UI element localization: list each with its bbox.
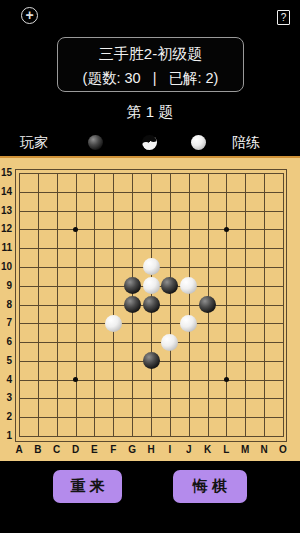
- puzzle-title-box: 三手胜2-初级题 (题数: 30 | 已解: 2): [57, 37, 244, 92]
- col-label-G: G: [125, 444, 139, 456]
- col-label-O: O: [276, 444, 290, 456]
- grid-line-vertical: [245, 173, 246, 437]
- puzzle-title: 三手胜2-初级题: [58, 45, 243, 64]
- yinyang-swap-icon[interactable]: [142, 135, 157, 150]
- col-label-M: M: [238, 444, 252, 456]
- board-panel: 15A14B13C12D11E10F9G8H7I6J5K4L3M2N1O: [0, 156, 300, 461]
- col-label-N: N: [257, 444, 271, 456]
- stone-white-H10: [143, 258, 160, 275]
- stone-black-H8: [143, 296, 160, 313]
- stone-white-J9: [180, 277, 197, 294]
- row-label-11: 11: [0, 242, 12, 254]
- row-label-2: 2: [0, 411, 12, 423]
- grid-line-vertical: [226, 173, 227, 437]
- col-label-D: D: [69, 444, 83, 456]
- row-label-9: 9: [0, 280, 12, 292]
- help-icon[interactable]: ?: [277, 10, 290, 25]
- stone-white-H9: [143, 277, 160, 294]
- undo-button[interactable]: 悔 棋: [173, 470, 247, 503]
- board-grid[interactable]: 15A14B13C12D11E10F9G8H7I6J5K4L3M2N1O: [19, 173, 283, 436]
- stone-black-K8: [199, 296, 216, 313]
- row-label-12: 12: [0, 223, 12, 235]
- grid-line-horizontal: [19, 323, 284, 324]
- row-label-4: 4: [0, 374, 12, 386]
- grid-line-horizontal: [19, 398, 284, 399]
- star-point-D4: [73, 377, 78, 382]
- col-label-A: A: [12, 444, 26, 456]
- col-label-J: J: [182, 444, 196, 456]
- player-label: 玩家: [20, 131, 48, 153]
- black-stone-icon: [88, 135, 103, 150]
- col-label-F: F: [106, 444, 120, 456]
- stone-white-J7: [180, 315, 197, 332]
- col-label-I: I: [163, 444, 177, 456]
- star-point-L12: [224, 227, 229, 232]
- opponent-panel: 陪练: [163, 131, 296, 153]
- restart-button[interactable]: 重 来: [53, 470, 122, 503]
- col-label-H: H: [144, 444, 158, 456]
- problem-number-label: 第 1 题: [0, 103, 300, 122]
- row-label-13: 13: [0, 205, 12, 217]
- grid-line-horizontal: [19, 342, 284, 343]
- row-label-15: 15: [0, 167, 12, 179]
- row-label-7: 7: [0, 317, 12, 329]
- row-label-5: 5: [0, 355, 12, 367]
- opponent-label: 陪练: [232, 131, 260, 153]
- grid-line-vertical: [170, 173, 171, 437]
- row-label-1: 1: [0, 430, 12, 442]
- stone-black-G8: [124, 296, 141, 313]
- grid-line-horizontal: [19, 436, 284, 437]
- grid-line-horizontal: [19, 380, 284, 381]
- app-screen: + ? 三手胜2-初级题 (题数: 30 | 已解: 2) 第 1 题 玩家 陪…: [0, 0, 300, 533]
- grid-line-horizontal: [19, 417, 284, 418]
- row-label-3: 3: [0, 392, 12, 404]
- col-label-K: K: [201, 444, 215, 456]
- puzzle-stats: (题数: 30 | 已解: 2): [58, 69, 243, 88]
- grid-line-vertical: [283, 173, 284, 437]
- row-label-6: 6: [0, 336, 12, 348]
- add-icon[interactable]: +: [21, 7, 38, 24]
- stone-white-F7: [105, 315, 122, 332]
- row-label-14: 14: [0, 186, 12, 198]
- player-bar: 玩家 陪练: [0, 131, 300, 153]
- row-label-10: 10: [0, 261, 12, 273]
- stone-black-G9: [124, 277, 141, 294]
- col-label-E: E: [87, 444, 101, 456]
- stone-black-I9: [161, 277, 178, 294]
- player-panel-active: 玩家: [2, 131, 137, 153]
- col-label-B: B: [31, 444, 45, 456]
- col-label-L: L: [219, 444, 233, 456]
- stone-white-I6: [161, 334, 178, 351]
- col-label-C: C: [50, 444, 64, 456]
- white-stone-icon: [191, 135, 206, 150]
- grid-line-vertical: [264, 173, 265, 437]
- stone-black-H5: [143, 352, 160, 369]
- star-point-D12: [73, 227, 78, 232]
- grid-line-vertical: [189, 173, 190, 437]
- row-label-8: 8: [0, 299, 12, 311]
- star-point-L4: [224, 377, 229, 382]
